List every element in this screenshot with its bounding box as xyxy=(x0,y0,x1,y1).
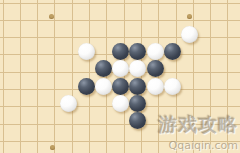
grid-vline xyxy=(106,0,107,153)
black-stone xyxy=(147,60,164,77)
black-stone xyxy=(129,112,146,129)
grid-vline xyxy=(20,0,21,153)
white-stone xyxy=(147,78,164,95)
grid-vline xyxy=(210,0,211,153)
grid-vline xyxy=(54,0,55,153)
grid-vline xyxy=(227,0,228,153)
grid-vline xyxy=(89,0,90,153)
black-stone xyxy=(164,43,181,60)
star-point xyxy=(50,145,55,150)
white-stone xyxy=(78,43,95,60)
grid-hline xyxy=(0,141,240,142)
black-stone xyxy=(129,95,146,112)
white-stone xyxy=(164,78,181,95)
black-stone xyxy=(129,43,146,60)
grid-vline xyxy=(3,0,4,153)
black-stone xyxy=(112,78,129,95)
white-stone xyxy=(147,43,164,60)
grid-vline xyxy=(124,0,125,153)
white-stone xyxy=(112,95,129,112)
grid-vline xyxy=(193,0,194,153)
white-stone xyxy=(129,60,146,77)
white-stone xyxy=(95,78,112,95)
watermark-title: 游戏攻略 xyxy=(158,112,238,138)
gomoku-board[interactable]: 游戏攻略 Qqaiqin.com xyxy=(0,0,240,153)
grid-vline xyxy=(37,0,38,153)
star-point xyxy=(187,14,192,19)
grid-vline xyxy=(141,0,142,153)
black-stone xyxy=(129,78,146,95)
star-point xyxy=(49,14,54,19)
grid-hline xyxy=(0,3,240,4)
grid-hline xyxy=(0,124,240,125)
grid-hline xyxy=(0,37,240,38)
grid-vline xyxy=(176,0,177,153)
grid-hline xyxy=(0,20,240,21)
black-stone xyxy=(112,43,129,60)
black-stone xyxy=(78,78,95,95)
black-stone xyxy=(95,60,112,77)
white-stone xyxy=(181,26,198,43)
white-stone xyxy=(112,60,129,77)
grid-vline xyxy=(72,0,73,153)
white-stone xyxy=(60,95,77,112)
